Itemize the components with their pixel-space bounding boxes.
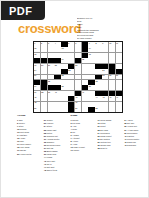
clue-number: 38 [41,91,43,93]
grid-cell [75,80,81,85]
grid-cell-black [82,47,88,52]
grid-cell-black [116,91,122,96]
grid-cell [48,107,54,112]
clue-number: 34 [34,85,36,87]
grid-cell-black [41,80,47,85]
clue-number: 25 [68,69,70,71]
grid-cell: 38 [41,91,47,96]
grid-cell: 50 [34,107,40,112]
grid-cell: 6 [75,42,81,47]
clue-number: 17 [62,58,64,60]
grid-cell: 3 [48,42,54,47]
grid-cell: 32 [48,80,54,85]
grid-cell [109,102,115,107]
grid-cell: 23 [75,64,81,69]
grid-cell: 37 [34,91,40,96]
clue-number: 15 [34,53,36,55]
grid-cell: 15 [34,53,40,58]
clue-number: 49 [75,101,77,103]
grid-cell: 40 [54,91,60,96]
grid-cell [88,96,94,101]
clue-number: 51 [75,107,77,109]
grid-cell: 27 [34,75,40,80]
grid-cell-black [61,42,67,47]
grid-cell [102,107,108,112]
clue-number: 28 [62,74,64,76]
clue-number: 33 [96,80,98,82]
grid-cell-black [68,107,74,112]
clue-number: 3 [48,42,49,44]
grid-cell [109,58,115,63]
clue-item: 11 Finale [71,149,96,152]
grid-cell-black [68,102,74,107]
grid-cell-black [88,80,94,85]
grid-cell: 26 [102,69,108,74]
grid-cell [75,69,81,74]
grid-cell [82,80,88,85]
grid-cell [68,75,74,80]
clue-column: 34 Above35 Not any36 Yellow fruit37 At t… [124,115,149,172]
grid-cell: 25 [68,69,74,74]
grid-cell [102,85,108,90]
grid-cell-black [109,64,115,69]
clue-number: 22 [55,64,57,66]
clue-number: 9 [102,42,103,44]
grid-cell [61,91,67,96]
grid-cell-black [109,91,115,96]
grid-cell [48,75,54,80]
grid-cell [75,85,81,90]
clue-number: 32 [48,80,50,82]
grid-cell: 51 [75,107,81,112]
grid-cell [82,102,88,107]
clue-column: 17 Color shade19 Stitch21 Scent22 Dry la… [97,115,122,172]
clue-number: 26 [102,69,104,71]
grid-cell-black [82,85,88,90]
grid-cell-black [41,85,47,90]
grid-cell: 13 [61,47,67,52]
grid-cell [116,58,122,63]
clue-number: 1 [34,42,35,44]
grid-cell-black [54,85,60,90]
grid-cell [82,107,88,112]
grid-cell: 17 [61,58,67,63]
grid-cell [95,69,101,74]
clue-item: 48 Sweet treat [44,169,69,172]
grid-cell: 30 [109,75,115,80]
grid-cell [54,96,60,101]
clue-column: 21 Closer23 Vehicle24 Stone25 Lamp light… [44,115,69,172]
grid-cell-black [48,58,54,63]
clue-number: 13 [62,47,64,49]
grid-cell: 42 [34,96,40,101]
pdf-badge: PDF [1,1,45,20]
clue-section-header [124,115,149,119]
grid-cell [109,53,115,58]
grid-cell-black [88,107,94,112]
grid-cell: 33 [95,80,101,85]
clue-number: 19 [34,64,36,66]
grid-cell: 2 [41,42,47,47]
grid-cell [82,75,88,80]
grid-cell [102,80,108,85]
grid-cell [41,102,47,107]
grid-cell: 31 [116,75,122,80]
grid-cell-black [68,64,74,69]
grid-cell-black [102,64,108,69]
grid-cell [61,107,67,112]
clue-number: 24 [34,69,36,71]
clue-number: 8 [96,42,97,44]
grid-cell: 10 [109,42,115,47]
pdf-badge-label: PDF [1,5,33,17]
grid-cell: 36 [88,85,94,90]
grid-cell [88,102,94,107]
clue-number: 50 [34,107,36,109]
grid-cell: 20 [41,64,47,69]
clue-number: 45 [102,96,104,98]
clue-number: 23 [75,64,77,66]
clue-number: 18 [82,58,84,60]
clue-number: 5 [68,42,69,44]
grid-cell: 46 [109,96,115,101]
clue-number: 14 [89,47,91,49]
grid-cell-black [68,96,74,101]
header-info-block: Beginner level 142011Name:Date:Complete … [77,17,104,40]
page-title: crossword [18,21,81,36]
grid-cell [48,102,54,107]
grid-cell [68,58,74,63]
grid-cell-black [95,64,101,69]
clue-section-header: Across [17,115,42,118]
grid-cell [54,47,60,52]
grid-cell-black [75,58,81,63]
grid-cell [116,80,122,85]
grid-cell: 8 [95,42,101,47]
grid-cell [88,69,94,74]
grid-cell [95,53,101,58]
grid-cell: 9 [102,42,108,47]
grid-cell [61,64,67,69]
grid-cell [48,47,54,52]
clue-number: 41 [82,91,84,93]
grid-cell [102,58,108,63]
clue-number: 46 [109,96,111,98]
grid-cell: 21 [48,64,54,69]
grid-cell [82,96,88,101]
grid-cell [61,80,67,85]
grid-cell [75,47,81,52]
grid-cell [41,69,47,74]
clue-number: 39 [48,91,50,93]
grid-cell [41,47,47,52]
clue-lists: Across1 Talk5 Myself7 Story12 Region13 F… [17,115,149,172]
clue-number: 48 [34,101,36,103]
clue-number: 35 [62,85,64,87]
grid-cell: 52 [95,107,101,112]
grid-cell [75,75,81,80]
clue-number: 52 [96,107,98,109]
clue-number: 31 [116,74,118,76]
grid-cell: 18 [82,58,88,63]
grid-cell: 49 [75,102,81,107]
grid-cell-black [34,80,40,85]
grid-cell [41,107,47,112]
grid-cell: 43 [75,96,81,101]
grid-cell: 14 [88,47,94,52]
clue-number: 6 [75,42,76,44]
clue-section-header [44,115,69,119]
grid-cell [95,102,101,107]
clue-number: 29 [102,74,104,76]
grid-cell [102,53,108,58]
grid-cell: 5 [68,42,74,47]
grid-cell [116,107,122,112]
grid-cell-black [116,69,122,74]
clue-section-header [97,115,122,119]
grid-cell [54,53,60,58]
grid-cell [68,91,74,96]
grid-cell [109,85,115,90]
clue-number: 20 [41,64,43,66]
grid-cell [41,75,47,80]
clue-item: 43 Sunbeam [124,144,149,147]
grid-cell: 4 [54,42,60,47]
grid-cell [68,80,74,85]
grid-cell-black [54,75,60,80]
grid-cell [68,47,74,52]
grid-cell [48,69,54,74]
grid-cell-black [109,69,115,74]
clue-number: 40 [55,91,57,93]
grid-cell [116,102,122,107]
clue-section-header: Down [71,115,96,118]
clue-number: 7 [89,42,90,44]
grid-cell: 11 [116,42,122,47]
clue-item: 20 Heavy metal [17,153,42,156]
grid-cell-black [61,69,67,74]
grid-cell: 45 [102,96,108,101]
grid-cell: 19 [34,64,40,69]
grid-cell-black [82,53,88,58]
grid-cell [116,47,122,52]
grid-cell-black [95,91,101,96]
grid-cell: 34 [34,85,40,90]
grid-cell [95,58,101,63]
grid-cell [95,85,101,90]
grid-cell [88,58,94,63]
grid-cell [95,47,101,52]
grid-cell: 35 [61,85,67,90]
grid-cell [116,53,122,58]
clue-number: 21 [48,64,50,66]
grid-cell: 39 [48,91,54,96]
clue-number: 36 [89,85,91,87]
grid-cell-black [75,91,81,96]
grid-cell: 28 [61,75,67,80]
grid-cell [68,53,74,58]
grid-cell [61,96,67,101]
clue-number: 16 [89,53,91,55]
clue-number: 43 [75,96,77,98]
clue-number: 11 [116,42,118,44]
grid-cell [41,96,47,101]
pdf-thumbnail[interactable]: PDF crossword Beginner level 142011Name:… [0,0,149,198]
clue-number: 12 [34,47,36,49]
grid-cell [88,75,94,80]
grid-cell [102,47,108,52]
grid-cell [88,91,94,96]
grid-cell-black [95,75,101,80]
grid-cell [54,102,60,107]
grid-cell-black [34,58,40,63]
grid-cell: 12 [34,47,40,52]
grid-cell [102,102,108,107]
grid-cell [48,96,54,101]
clue-number: 2 [41,42,42,44]
grid-cell: 24 [34,69,40,74]
grid-cell [61,53,67,58]
grid-cell [88,64,94,69]
grid-cell [54,80,60,85]
grid-cell [61,102,67,107]
grid-cell [82,64,88,69]
clue-number: 30 [109,74,111,76]
grid-cell: 22 [54,64,60,69]
grid-cell [109,80,115,85]
grid-cell-black [82,42,88,47]
grid-cell: 7 [88,42,94,47]
grid-cell [48,53,54,58]
header-line: for each number [77,37,104,40]
grid-cell [68,85,74,90]
grid-cell [116,85,122,90]
clue-number: 10 [109,42,111,44]
clue-number: 47 [116,96,118,98]
grid-cell [109,107,115,112]
clue-number: 44 [96,96,98,98]
grid-cell-black [102,91,108,96]
grid-cell: 16 [88,53,94,58]
grid-cell [82,69,88,74]
grid-cell [41,53,47,58]
clue-item: 32 Near to [97,147,122,150]
clue-column: Across1 Talk5 Myself7 Story12 Region13 F… [17,115,42,172]
grid-cell: 29 [102,75,108,80]
grid-cell: 41 [82,91,88,96]
grid-cell: 48 [34,102,40,107]
crossword-grid: 1234567891011121314151617181920212223242… [33,41,123,113]
clue-number: 27 [34,74,36,76]
grid-cell [109,47,115,52]
grid-cell: 44 [95,96,101,101]
grid-cell-black [41,58,47,63]
grid-cell [75,53,81,58]
clue-column: Down1 Speak2 Pig food3 Also4 Gear5 Me6 A… [71,115,96,172]
clue-number: 4 [55,42,56,44]
grid-cell-black [54,58,60,63]
grid-cell-black [48,85,54,90]
grid-cell: 47 [116,96,122,101]
clue-number: 37 [34,91,36,93]
clue-number: 42 [34,96,36,98]
grid-cell: 1 [34,42,40,47]
grid-cell [116,64,122,69]
grid-cell [54,69,60,74]
grid-cell [54,107,60,112]
